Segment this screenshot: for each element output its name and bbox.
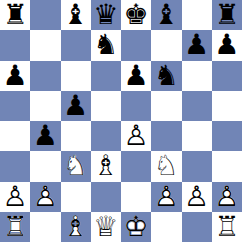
black-pawn-icon: ♟	[0, 61, 30, 91]
square-c3[interactable]: ♞♘	[61, 151, 91, 181]
white-pawn-icon: ♟	[182, 182, 212, 212]
square-g1[interactable]	[182, 212, 212, 242]
white-rook-outline-icon: ♖	[0, 212, 30, 242]
black-rook[interactable]: ♜	[212, 0, 242, 30]
black-pawn-icon: ♟	[30, 121, 60, 151]
white-pawn[interactable]: ♟♙	[182, 182, 212, 212]
square-f3[interactable]: ♞♘	[151, 151, 181, 181]
black-knight[interactable]: ♞	[91, 30, 121, 60]
square-d5[interactable]	[91, 91, 121, 121]
square-h7[interactable]: ♟	[212, 30, 242, 60]
black-rook-icon: ♜	[0, 0, 30, 30]
white-pawn-icon: ♟	[0, 182, 30, 212]
black-pawn[interactable]: ♟	[212, 30, 242, 60]
white-rook-outline-icon: ♖	[212, 212, 242, 242]
black-bishop[interactable]: ♝	[61, 0, 91, 30]
black-knight-icon: ♞	[91, 30, 121, 60]
black-rook[interactable]: ♜	[0, 0, 30, 30]
white-bishop[interactable]: ♝♗	[61, 212, 91, 242]
black-bishop[interactable]: ♝	[151, 0, 181, 30]
white-bishop-icon: ♝	[61, 212, 91, 242]
black-queen-icon: ♛	[91, 0, 121, 30]
black-queen[interactable]: ♛	[91, 0, 121, 30]
black-pawn[interactable]: ♟	[121, 61, 151, 91]
white-pawn[interactable]: ♟♙	[121, 121, 151, 151]
white-pawn-icon: ♟	[151, 182, 181, 212]
white-pawn-outline-icon: ♙	[212, 182, 242, 212]
white-pawn-icon: ♟	[121, 121, 151, 151]
square-a6[interactable]: ♟	[0, 61, 30, 91]
white-queen-icon: ♛	[91, 212, 121, 242]
square-h3[interactable]	[212, 151, 242, 181]
square-b5[interactable]	[30, 91, 60, 121]
square-f1[interactable]	[151, 212, 181, 242]
square-g5[interactable]	[182, 91, 212, 121]
square-c4[interactable]	[61, 121, 91, 151]
white-pawn-outline-icon: ♙	[30, 182, 60, 212]
white-rook[interactable]: ♜♖	[212, 212, 242, 242]
square-e2[interactable]	[121, 182, 151, 212]
square-d1[interactable]: ♛♕	[91, 212, 121, 242]
black-pawn-icon: ♟	[182, 30, 212, 60]
square-g3[interactable]	[182, 151, 212, 181]
square-d3[interactable]: ♝♗	[91, 151, 121, 181]
white-pawn[interactable]: ♟♙	[212, 182, 242, 212]
square-h5[interactable]	[212, 91, 242, 121]
black-knight[interactable]: ♞	[151, 61, 181, 91]
square-b6[interactable]	[30, 61, 60, 91]
white-bishop-outline-icon: ♗	[91, 151, 121, 181]
square-c1[interactable]: ♝♗	[61, 212, 91, 242]
black-pawn[interactable]: ♟	[61, 91, 91, 121]
black-rook-icon: ♜	[212, 0, 242, 30]
square-b7[interactable]	[30, 30, 60, 60]
white-rook[interactable]: ♜♖	[0, 212, 30, 242]
square-e7[interactable]	[121, 30, 151, 60]
square-b3[interactable]	[30, 151, 60, 181]
white-king-outline-icon: ♔	[121, 212, 151, 242]
black-pawn[interactable]: ♟	[30, 121, 60, 151]
black-knight-icon: ♞	[151, 61, 181, 91]
white-bishop-outline-icon: ♗	[61, 212, 91, 242]
white-queen[interactable]: ♛♕	[91, 212, 121, 242]
white-bishop-icon: ♝	[91, 151, 121, 181]
square-a2[interactable]: ♟♙	[0, 182, 30, 212]
white-king[interactable]: ♚♔	[121, 212, 151, 242]
square-c6[interactable]	[61, 61, 91, 91]
square-g6[interactable]	[182, 61, 212, 91]
square-h1[interactable]: ♜♖	[212, 212, 242, 242]
square-e5[interactable]	[121, 91, 151, 121]
white-pawn-outline-icon: ♙	[182, 182, 212, 212]
square-g4[interactable]	[182, 121, 212, 151]
square-h2[interactable]: ♟♙	[212, 182, 242, 212]
square-e8[interactable]: ♚	[121, 0, 151, 30]
white-knight-icon: ♞	[61, 151, 91, 181]
square-d4[interactable]	[91, 121, 121, 151]
white-knight-outline-icon: ♘	[151, 151, 181, 181]
square-h4[interactable]	[212, 121, 242, 151]
white-rook-icon: ♜	[212, 212, 242, 242]
square-a4[interactable]	[0, 121, 30, 151]
white-king-icon: ♚	[121, 212, 151, 242]
square-c5[interactable]: ♟	[61, 91, 91, 121]
square-b1[interactable]	[30, 212, 60, 242]
white-bishop[interactable]: ♝♗	[91, 151, 121, 181]
white-knight-icon: ♞	[151, 151, 181, 181]
square-b2[interactable]: ♟♙	[30, 182, 60, 212]
square-d6[interactable]	[91, 61, 121, 91]
square-c7[interactable]	[61, 30, 91, 60]
white-pawn[interactable]: ♟♙	[151, 182, 181, 212]
square-f2[interactable]: ♟♙	[151, 182, 181, 212]
white-pawn-icon: ♟	[212, 182, 242, 212]
square-a1[interactable]: ♜♖	[0, 212, 30, 242]
square-f6[interactable]: ♞	[151, 61, 181, 91]
white-knight-outline-icon: ♘	[61, 151, 91, 181]
square-c8[interactable]: ♝	[61, 0, 91, 30]
white-pawn[interactable]: ♟♙	[30, 182, 60, 212]
square-g7[interactable]: ♟	[182, 30, 212, 60]
square-g2[interactable]: ♟♙	[182, 182, 212, 212]
white-pawn-outline-icon: ♙	[121, 121, 151, 151]
square-h6[interactable]	[212, 61, 242, 91]
square-e6[interactable]: ♟	[121, 61, 151, 91]
square-e4[interactable]: ♟♙	[121, 121, 151, 151]
black-king-icon: ♚	[121, 0, 151, 30]
square-h8[interactable]: ♜	[212, 0, 242, 30]
white-pawn-outline-icon: ♙	[0, 182, 30, 212]
chess-board: ♜♝♛♚♝♜♞♟♟♟♟♞♟♟♟♙♞♘♝♗♞♘♟♙♟♙♟♙♟♙♟♙♜♖♝♗♛♕♚♔…	[0, 0, 242, 242]
black-pawn[interactable]: ♟	[0, 61, 30, 91]
square-b8[interactable]	[30, 0, 60, 30]
white-pawn-icon: ♟	[30, 182, 60, 212]
square-g8[interactable]	[182, 0, 212, 30]
square-a8[interactable]: ♜	[0, 0, 30, 30]
white-pawn-outline-icon: ♙	[151, 182, 181, 212]
square-d8[interactable]: ♛	[91, 0, 121, 30]
square-f4[interactable]	[151, 121, 181, 151]
square-f5[interactable]	[151, 91, 181, 121]
square-c2[interactable]	[61, 182, 91, 212]
black-pawn-icon: ♟	[212, 30, 242, 60]
square-a3[interactable]	[0, 151, 30, 181]
black-king[interactable]: ♚	[121, 0, 151, 30]
black-pawn-icon: ♟	[121, 61, 151, 91]
black-bishop-icon: ♝	[151, 0, 181, 30]
white-pawn[interactable]: ♟♙	[0, 182, 30, 212]
black-pawn[interactable]: ♟	[182, 30, 212, 60]
square-d2[interactable]	[91, 182, 121, 212]
square-e1[interactable]: ♚♔	[121, 212, 151, 242]
square-a7[interactable]	[0, 30, 30, 60]
square-e3[interactable]	[121, 151, 151, 181]
white-rook-icon: ♜	[0, 212, 30, 242]
square-f8[interactable]: ♝	[151, 0, 181, 30]
white-queen-outline-icon: ♕	[91, 212, 121, 242]
square-d7[interactable]: ♞	[91, 30, 121, 60]
square-f7[interactable]	[151, 30, 181, 60]
square-b4[interactable]: ♟	[30, 121, 60, 151]
white-knight[interactable]: ♞♘	[61, 151, 91, 181]
square-a5[interactable]	[0, 91, 30, 121]
black-pawn-icon: ♟	[61, 91, 91, 121]
white-knight[interactable]: ♞♘	[151, 151, 181, 181]
black-bishop-icon: ♝	[61, 0, 91, 30]
